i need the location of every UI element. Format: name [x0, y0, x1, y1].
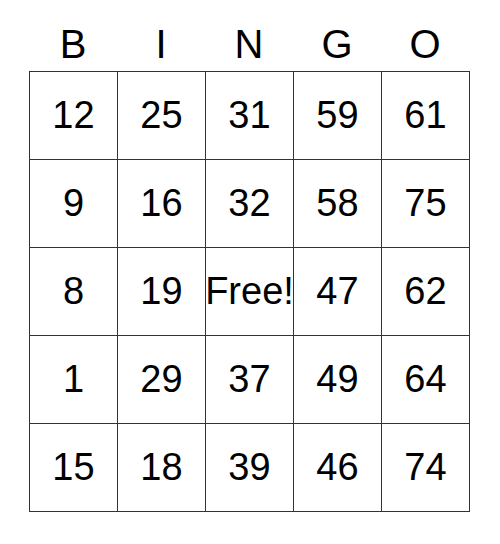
bingo-cell[interactable]: 8 [30, 248, 118, 336]
header-letter-b: B [29, 21, 117, 71]
bingo-cell[interactable]: 59 [294, 72, 382, 160]
header-letter-n: N [205, 21, 293, 71]
bingo-header: B I N G O [29, 14, 469, 71]
bingo-cell[interactable]: 16 [118, 160, 206, 248]
free-space-cell[interactable]: Free! [206, 248, 294, 336]
header-letter-o: O [381, 21, 469, 71]
header-letter-g: G [293, 21, 381, 71]
bingo-cell[interactable]: 64 [382, 336, 470, 424]
bingo-cell[interactable]: 31 [206, 72, 294, 160]
bingo-cell[interactable]: 9 [30, 160, 118, 248]
bingo-cell[interactable]: 62 [382, 248, 470, 336]
bingo-grid: 12 25 31 59 61 9 16 32 58 75 8 19 Free! … [29, 71, 470, 512]
bingo-cell[interactable]: 32 [206, 160, 294, 248]
bingo-card: B I N G O 12 25 31 59 61 9 16 32 58 75 8… [29, 14, 469, 512]
bingo-cell[interactable]: 46 [294, 424, 382, 512]
bingo-cell[interactable]: 1 [30, 336, 118, 424]
bingo-cell[interactable]: 47 [294, 248, 382, 336]
bingo-cell[interactable]: 15 [30, 424, 118, 512]
bingo-cell[interactable]: 12 [30, 72, 118, 160]
bingo-cell[interactable]: 29 [118, 336, 206, 424]
bingo-cell[interactable]: 19 [118, 248, 206, 336]
bingo-cell[interactable]: 75 [382, 160, 470, 248]
bingo-cell[interactable]: 39 [206, 424, 294, 512]
bingo-cell[interactable]: 25 [118, 72, 206, 160]
bingo-cell[interactable]: 49 [294, 336, 382, 424]
bingo-cell[interactable]: 18 [118, 424, 206, 512]
bingo-cell[interactable]: 61 [382, 72, 470, 160]
header-letter-i: I [117, 21, 205, 71]
bingo-cell[interactable]: 58 [294, 160, 382, 248]
bingo-cell[interactable]: 74 [382, 424, 470, 512]
bingo-cell[interactable]: 37 [206, 336, 294, 424]
